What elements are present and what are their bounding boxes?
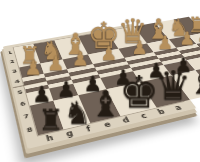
piece-wP-f2: ♟ xyxy=(71,49,88,68)
piece-bR-h8: ♜ xyxy=(38,106,63,134)
piece-wP-b2: ♟ xyxy=(179,29,195,47)
piece-wP-e2: ♟ xyxy=(101,44,118,63)
piece-wP-g2: ♟ xyxy=(47,54,65,74)
piece-bQ-d8: ♛ xyxy=(155,66,191,106)
perspective-scene: 12345678 hgfedcba ♜♞♝♚♛♝♞♜♟♟♟♟♟♟♟♟♟♟♟♟♟♟… xyxy=(0,0,200,162)
piece-bN-g8: ♞ xyxy=(63,97,91,128)
piece-wP-a2: ♟ xyxy=(197,26,200,44)
piece-wP-h2: ♟ xyxy=(24,58,42,78)
photo-stage: 12345678 hgfedcba ♜♞♝♚♛♝♞♜♟♟♟♟♟♟♟♟♟♟♟♟♟♟… xyxy=(0,0,200,162)
board-grid: ♜♞♝♚♛♝♞♜♟♟♟♟♟♟♟♟♟♟♟♟♟♟♟♟♜♞♝♚♛♝♞♜ xyxy=(14,27,184,135)
piece-bK-e8: ♚ xyxy=(119,70,159,115)
piece-wP-d2: ♟ xyxy=(131,38,148,57)
piece-bP-h7: ♟ xyxy=(32,83,52,105)
chessboard: 12345678 hgfedcba ♜♞♝♚♛♝♞♜♟♟♟♟♟♟♟♟♟♟♟♟♟♟… xyxy=(3,24,197,149)
piece-wP-c2: ♟ xyxy=(157,33,173,51)
piece-bB-f8: ♝ xyxy=(89,86,121,121)
